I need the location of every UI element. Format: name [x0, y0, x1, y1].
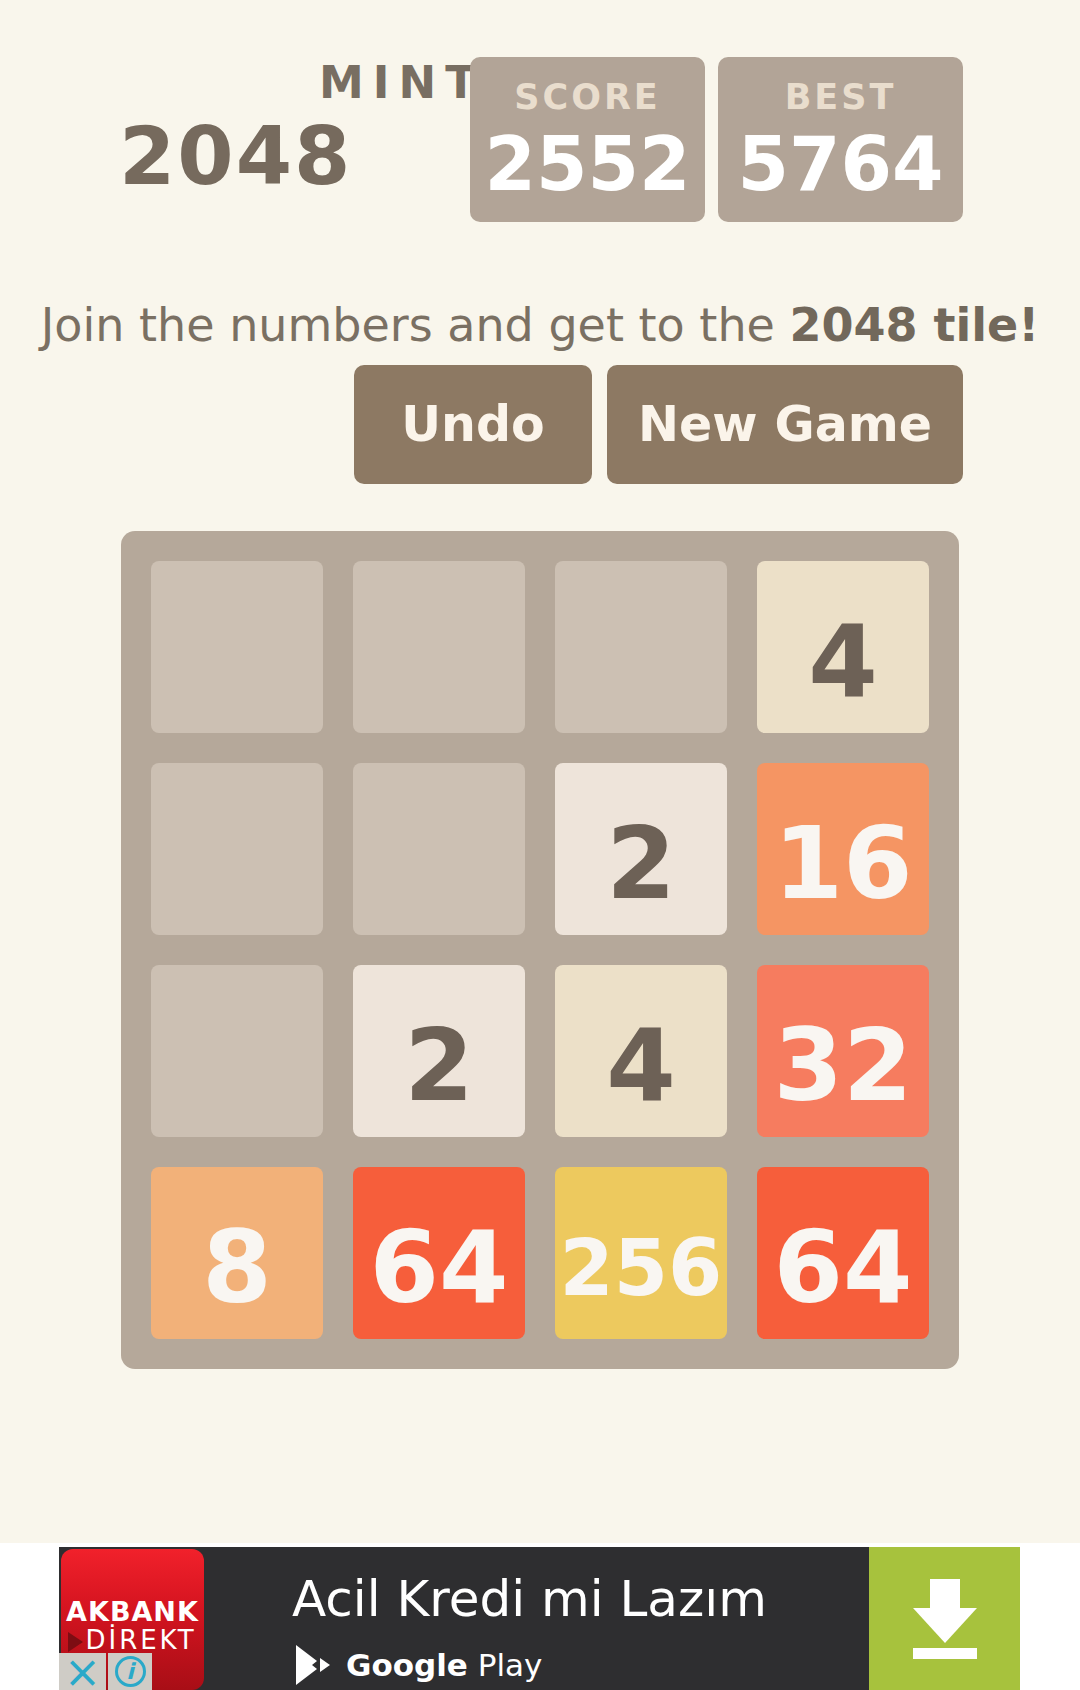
download-arrow-icon — [912, 1579, 978, 1659]
new-game-button[interactable]: New Game — [607, 365, 963, 484]
ad-headline: Acil Kredi mi Lazım — [292, 1569, 767, 1629]
tile-256: 256 — [555, 1167, 727, 1339]
tile-8: 8 — [151, 1167, 323, 1339]
google-play-label: Google Play — [346, 1650, 542, 1681]
tile-value: 64 — [773, 1218, 912, 1318]
page-title: 2048 — [119, 116, 352, 197]
google-play-bold: Google — [346, 1647, 468, 1683]
score-label: SCORE — [514, 80, 661, 115]
tile-32: 32 — [757, 965, 929, 1137]
empty-cell — [151, 763, 323, 935]
app-badge: MINT — [319, 60, 485, 105]
best-box: BEST 5764 — [718, 57, 963, 222]
ad-info-button[interactable]: i — [108, 1653, 152, 1690]
tile-value: 32 — [773, 1016, 912, 1116]
ad-close-button[interactable]: × — [59, 1653, 106, 1690]
tile-64: 64 — [757, 1167, 929, 1339]
ad-banner[interactable]: Acil Kredi mi Lazım Google Play AKBANK D… — [0, 1543, 1080, 1690]
google-play-link[interactable]: Google Play — [296, 1645, 542, 1685]
empty-cell — [151, 965, 323, 1137]
google-play-icon — [296, 1645, 330, 1685]
tile-value: 8 — [202, 1218, 272, 1318]
board[interactable]: 4216243286425664 — [121, 531, 959, 1369]
instruction-regular: Join the numbers and get to the — [41, 298, 790, 352]
tile-value: 2 — [606, 814, 676, 914]
tile-value: 256 — [560, 1229, 723, 1307]
advertiser-name: AKBANK — [61, 1598, 204, 1625]
tile-2: 2 — [353, 965, 525, 1137]
tile-value: 2 — [404, 1016, 474, 1116]
tile-16: 16 — [757, 763, 929, 935]
empty-cell — [353, 561, 525, 733]
instruction-goal: 2048 tile! — [790, 298, 1040, 352]
tile-value: 16 — [773, 814, 912, 914]
tile-value: 64 — [369, 1218, 508, 1318]
tile-value: 4 — [606, 1016, 676, 1116]
ad-download-button[interactable] — [869, 1547, 1020, 1690]
empty-cell — [353, 763, 525, 935]
score-box: SCORE 2552 — [470, 57, 705, 222]
tile-4: 4 — [555, 965, 727, 1137]
close-icon: × — [64, 1650, 101, 1690]
tile-value: 4 — [808, 612, 878, 712]
google-play-regular: Play — [468, 1647, 543, 1683]
app-screen: MINT 2048 SCORE 2552 BEST 5764 Join the … — [0, 0, 1080, 1690]
tile-2: 2 — [555, 763, 727, 935]
undo-button[interactable]: Undo — [354, 365, 592, 484]
tile-4: 4 — [757, 561, 929, 733]
empty-cell — [555, 561, 727, 733]
best-value: 5764 — [738, 127, 944, 201]
instruction-text: Join the numbers and get to the 2048 til… — [0, 299, 1080, 352]
info-icon: i — [115, 1656, 146, 1687]
best-label: BEST — [785, 80, 897, 115]
empty-cell — [151, 561, 323, 733]
tile-64: 64 — [353, 1167, 525, 1339]
score-value: 2552 — [485, 127, 691, 201]
